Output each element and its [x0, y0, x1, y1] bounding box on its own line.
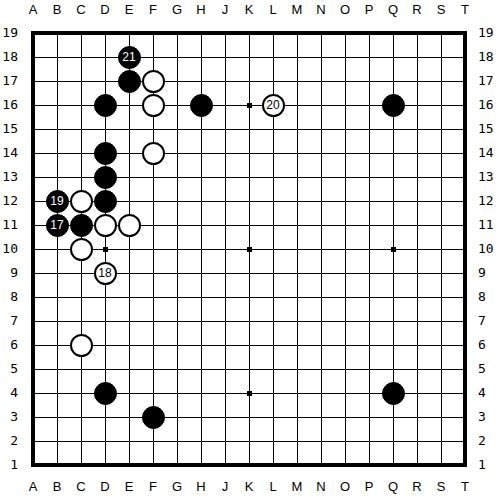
coord-row-right-10: 10 — [478, 240, 500, 258]
move-number-label: 18 — [98, 267, 111, 279]
black-stone-f3[interactable] — [142, 406, 165, 429]
coord-col-bottom-j: J — [213, 479, 237, 495]
coord-row-left-4: 4 — [0, 384, 18, 402]
coord-row-left-7: 7 — [0, 312, 18, 330]
coord-row-right-4: 4 — [478, 384, 500, 402]
white-stone-c6[interactable] — [70, 334, 93, 357]
coord-col-top-l: L — [261, 2, 285, 18]
coord-col-top-m: M — [285, 2, 309, 18]
black-stone-h16[interactable] — [190, 94, 213, 117]
coord-row-right-19: 19 — [478, 24, 500, 42]
coord-row-left-12: 12 — [0, 192, 18, 210]
coord-row-left-18: 18 — [0, 48, 18, 66]
coord-row-right-12: 12 — [478, 192, 500, 210]
coord-col-top-h: H — [189, 2, 213, 18]
move-number-label: 21 — [122, 51, 135, 63]
coord-col-top-k: K — [237, 2, 261, 18]
coord-row-right-18: 18 — [478, 48, 500, 66]
black-stone-b12[interactable]: 19 — [46, 190, 69, 213]
coord-col-bottom-r: R — [405, 479, 429, 495]
black-stone-e17[interactable] — [118, 70, 141, 93]
coord-col-bottom-q: Q — [381, 479, 405, 495]
coord-col-bottom-k: K — [237, 479, 261, 495]
coord-col-bottom-d: D — [93, 479, 117, 495]
stones-grid[interactable]: 2119172018 — [21, 21, 477, 477]
coord-row-left-1: 1 — [0, 456, 18, 474]
coord-col-top-r: R — [405, 2, 429, 18]
coord-col-bottom-m: M — [285, 479, 309, 495]
coord-row-left-6: 6 — [0, 336, 18, 354]
move-number-label: 17 — [50, 219, 63, 231]
coord-row-left-17: 17 — [0, 72, 18, 90]
coord-row-left-3: 3 — [0, 408, 18, 426]
coord-col-top-f: F — [141, 2, 165, 18]
black-stone-d14[interactable] — [94, 142, 117, 165]
coord-col-bottom-h: H — [189, 479, 213, 495]
coord-col-top-n: N — [309, 2, 333, 18]
coord-col-top-c: C — [69, 2, 93, 18]
black-stone-d13[interactable] — [94, 166, 117, 189]
coord-row-left-16: 16 — [0, 96, 18, 114]
coord-row-left-8: 8 — [0, 288, 18, 306]
coord-col-bottom-t: T — [453, 479, 477, 495]
coord-row-right-1: 1 — [478, 456, 500, 474]
coord-col-top-e: E — [117, 2, 141, 18]
coord-row-right-7: 7 — [478, 312, 500, 330]
coord-col-bottom-o: O — [333, 479, 357, 495]
white-stone-e11[interactable] — [118, 214, 141, 237]
black-stone-q4[interactable] — [382, 382, 405, 405]
coord-col-top-j: J — [213, 2, 237, 18]
coord-col-bottom-g: G — [165, 479, 189, 495]
coord-row-right-16: 16 — [478, 96, 500, 114]
white-stone-c10[interactable] — [70, 238, 93, 261]
coord-row-left-15: 15 — [0, 120, 18, 138]
coord-row-left-14: 14 — [0, 144, 18, 162]
move-number-label: 19 — [50, 195, 63, 207]
black-stone-b11[interactable]: 17 — [46, 214, 69, 237]
coord-col-top-p: P — [357, 2, 381, 18]
coord-row-left-13: 13 — [0, 168, 18, 186]
black-stone-e18[interactable]: 21 — [118, 46, 141, 69]
coord-col-top-t: T — [453, 2, 477, 18]
move-number-label: 20 — [266, 99, 279, 111]
coord-col-top-q: Q — [381, 2, 405, 18]
coord-row-left-11: 11 — [0, 216, 18, 234]
coord-col-bottom-c: C — [69, 479, 93, 495]
coord-col-top-b: B — [45, 2, 69, 18]
coord-col-top-g: G — [165, 2, 189, 18]
coord-row-left-5: 5 — [0, 360, 18, 378]
coord-col-bottom-p: P — [357, 479, 381, 495]
white-stone-f14[interactable] — [142, 142, 165, 165]
coord-col-bottom-e: E — [117, 479, 141, 495]
coord-row-right-13: 13 — [478, 168, 500, 186]
white-stone-d9[interactable]: 18 — [94, 262, 117, 285]
black-stone-c11[interactable] — [70, 214, 93, 237]
coord-row-right-2: 2 — [478, 432, 500, 450]
coord-col-top-a: A — [21, 2, 45, 18]
black-stone-q16[interactable] — [382, 94, 405, 117]
coord-col-top-o: O — [333, 2, 357, 18]
coord-col-bottom-b: B — [45, 479, 69, 495]
go-board-diagram: AABBCCDDEEFFGGHHJJKKLLMMNNOOPPQQRRSSTT19… — [0, 0, 500, 500]
coord-row-left-10: 10 — [0, 240, 18, 258]
black-stone-d4[interactable] — [94, 382, 117, 405]
coord-row-right-6: 6 — [478, 336, 500, 354]
coord-row-left-19: 19 — [0, 24, 18, 42]
white-stone-f16[interactable] — [142, 94, 165, 117]
coord-row-right-5: 5 — [478, 360, 500, 378]
coord-col-bottom-n: N — [309, 479, 333, 495]
coord-col-top-d: D — [93, 2, 117, 18]
coord-row-left-2: 2 — [0, 432, 18, 450]
black-stone-d16[interactable] — [94, 94, 117, 117]
coord-row-right-17: 17 — [478, 72, 500, 90]
coord-col-bottom-s: S — [429, 479, 453, 495]
coord-col-bottom-f: F — [141, 479, 165, 495]
coord-row-right-14: 14 — [478, 144, 500, 162]
coord-row-right-3: 3 — [478, 408, 500, 426]
coord-row-right-9: 9 — [478, 264, 500, 282]
coord-col-bottom-a: A — [21, 479, 45, 495]
coord-row-right-15: 15 — [478, 120, 500, 138]
white-stone-f17[interactable] — [142, 70, 165, 93]
white-stone-l16[interactable]: 20 — [262, 94, 285, 117]
coord-col-bottom-l: L — [261, 479, 285, 495]
white-stone-c12[interactable] — [70, 190, 93, 213]
white-stone-d11[interactable] — [94, 214, 117, 237]
coord-row-right-11: 11 — [478, 216, 500, 234]
coord-col-top-s: S — [429, 2, 453, 18]
coord-row-right-8: 8 — [478, 288, 500, 306]
coord-row-left-9: 9 — [0, 264, 18, 282]
black-stone-d12[interactable] — [94, 190, 117, 213]
